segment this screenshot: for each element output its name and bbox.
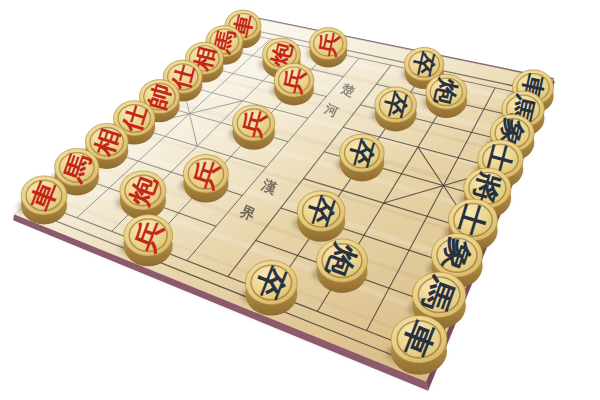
xiangqi-board: 楚河漢界車馬兵炮相卒仕兵車炮帥卒馬仕兵象相卒士馬兵將炮車卒士兵象炮卒馬車 (0, 0, 600, 400)
board-photo-scene: 楚河漢界車馬兵炮相卒仕兵車炮帥卒馬仕兵象相卒士馬兵將炮車卒士兵象炮卒馬車 (0, 0, 600, 400)
